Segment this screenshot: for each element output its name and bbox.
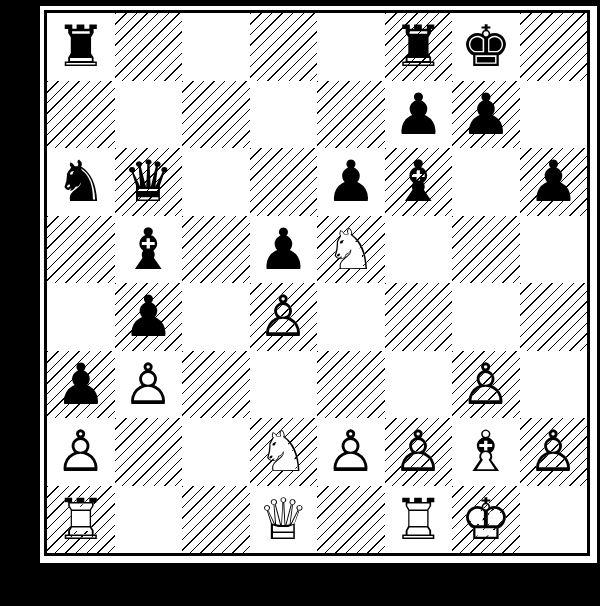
black-king-glyph: ♚	[452, 13, 520, 81]
white-rook: ♜♖	[385, 486, 453, 554]
square-b3[interactable]: ♙♙	[115, 351, 183, 419]
square-e2[interactable]: ♙♙	[317, 418, 385, 486]
black-pawn: ♟	[47, 351, 115, 419]
black-knight: ♞	[47, 148, 115, 216]
white-knight-glyph: ♘	[317, 216, 385, 284]
square-b6[interactable]: ♛	[115, 148, 183, 216]
square-h5[interactable]	[520, 216, 588, 284]
black-queen-glyph: ♛	[115, 148, 183, 216]
white-pawn: ♙♙	[385, 418, 453, 486]
white-pawn: ♙♙	[317, 418, 385, 486]
square-e8[interactable]	[317, 13, 385, 81]
square-c6[interactable]	[182, 148, 250, 216]
square-g3[interactable]: ♙♙	[452, 351, 520, 419]
white-pawn: ♙♙	[452, 351, 520, 419]
black-pawn: ♟	[250, 216, 318, 284]
black-knight-glyph: ♞	[47, 148, 115, 216]
square-h3[interactable]	[520, 351, 588, 419]
white-queen: ♛♕	[250, 486, 318, 554]
black-rook-glyph: ♜	[47, 13, 115, 81]
black-pawn-glyph: ♟	[520, 148, 588, 216]
square-d3[interactable]	[250, 351, 318, 419]
black-king: ♚	[452, 13, 520, 81]
square-h8[interactable]	[520, 13, 588, 81]
square-b4[interactable]: ♟	[115, 283, 183, 351]
white-pawn-glyph: ♙	[385, 418, 453, 486]
square-b8[interactable]	[115, 13, 183, 81]
square-b1[interactable]	[115, 486, 183, 554]
square-c8[interactable]	[182, 13, 250, 81]
square-d5[interactable]: ♟	[250, 216, 318, 284]
square-d2[interactable]: ♞♘	[250, 418, 318, 486]
white-rook-glyph: ♖	[385, 486, 453, 554]
black-pawn-glyph: ♟	[385, 81, 453, 149]
square-a8[interactable]: ♜	[47, 13, 115, 81]
square-g1[interactable]: ♚♔	[452, 486, 520, 554]
square-c3[interactable]	[182, 351, 250, 419]
black-pawn: ♟	[520, 148, 588, 216]
square-a4[interactable]	[47, 283, 115, 351]
white-rook-glyph: ♖	[47, 486, 115, 554]
page-background: ♜♜♚♟♟♞♛♟♝♟♝♟♞♘♟♙♙♟♙♙♙♙♙♙♞♘♙♙♙♙♝♗♙♙♜♖♛♕♜♖…	[0, 0, 600, 606]
square-f8[interactable]: ♜	[385, 13, 453, 81]
square-g2[interactable]: ♝♗	[452, 418, 520, 486]
white-pawn-glyph: ♙	[47, 418, 115, 486]
square-a1[interactable]: ♜♖	[47, 486, 115, 554]
white-pawn: ♙♙	[250, 283, 318, 351]
white-knight: ♞♘	[250, 418, 318, 486]
square-a2[interactable]: ♙♙	[47, 418, 115, 486]
square-d1[interactable]: ♛♕	[250, 486, 318, 554]
square-f7[interactable]: ♟	[385, 81, 453, 149]
square-a7[interactable]	[47, 81, 115, 149]
square-g8[interactable]: ♚	[452, 13, 520, 81]
black-pawn-glyph: ♟	[452, 81, 520, 149]
white-pawn-glyph: ♙	[250, 283, 318, 351]
white-pawn: ♙♙	[47, 418, 115, 486]
black-pawn-glyph: ♟	[47, 351, 115, 419]
square-b7[interactable]	[115, 81, 183, 149]
square-f2[interactable]: ♙♙	[385, 418, 453, 486]
square-b2[interactable]	[115, 418, 183, 486]
white-pawn-glyph: ♙	[115, 351, 183, 419]
black-rook: ♜	[385, 13, 453, 81]
square-e1[interactable]	[317, 486, 385, 554]
square-c1[interactable]	[182, 486, 250, 554]
square-a3[interactable]: ♟	[47, 351, 115, 419]
square-g6[interactable]	[452, 148, 520, 216]
black-queen: ♛	[115, 148, 183, 216]
white-pawn: ♙♙	[115, 351, 183, 419]
black-bishop-glyph: ♝	[385, 148, 453, 216]
square-g5[interactable]	[452, 216, 520, 284]
square-a5[interactable]	[47, 216, 115, 284]
square-e7[interactable]	[317, 81, 385, 149]
chess-diagram-panel: ♜♜♚♟♟♞♛♟♝♟♝♟♞♘♟♙♙♟♙♙♙♙♙♙♞♘♙♙♙♙♝♗♙♙♜♖♛♕♜♖…	[40, 6, 597, 563]
square-e5[interactable]: ♞♘	[317, 216, 385, 284]
square-c7[interactable]	[182, 81, 250, 149]
black-rook: ♜	[47, 13, 115, 81]
square-f1[interactable]: ♜♖	[385, 486, 453, 554]
square-g4[interactable]	[452, 283, 520, 351]
square-g7[interactable]: ♟	[452, 81, 520, 149]
black-bishop: ♝	[385, 148, 453, 216]
black-pawn-glyph: ♟	[115, 283, 183, 351]
square-a6[interactable]: ♞	[47, 148, 115, 216]
square-h4[interactable]	[520, 283, 588, 351]
square-f4[interactable]	[385, 283, 453, 351]
white-king-glyph: ♔	[452, 486, 520, 554]
square-e4[interactable]	[317, 283, 385, 351]
square-d8[interactable]	[250, 13, 318, 81]
square-h2[interactable]: ♙♙	[520, 418, 588, 486]
square-f3[interactable]	[385, 351, 453, 419]
black-pawn: ♟	[115, 283, 183, 351]
square-c4[interactable]	[182, 283, 250, 351]
black-bishop: ♝	[115, 216, 183, 284]
white-pawn-glyph: ♙	[520, 418, 588, 486]
square-f5[interactable]	[385, 216, 453, 284]
black-pawn-glyph: ♟	[250, 216, 318, 284]
square-h7[interactable]	[520, 81, 588, 149]
square-c5[interactable]	[182, 216, 250, 284]
black-bishop-glyph: ♝	[115, 216, 183, 284]
black-pawn: ♟	[385, 81, 453, 149]
chess-board: ♜♜♚♟♟♞♛♟♝♟♝♟♞♘♟♙♙♟♙♙♙♙♙♙♞♘♙♙♙♙♝♗♙♙♜♖♛♕♜♖…	[44, 10, 590, 556]
black-pawn: ♟	[317, 148, 385, 216]
white-rook: ♜♖	[47, 486, 115, 554]
white-pawn-glyph: ♙	[452, 351, 520, 419]
square-d4[interactable]: ♙♙	[250, 283, 318, 351]
square-d6[interactable]	[250, 148, 318, 216]
white-pawn: ♙♙	[520, 418, 588, 486]
square-h6[interactable]: ♟	[520, 148, 588, 216]
square-f6[interactable]: ♝	[385, 148, 453, 216]
white-knight-glyph: ♘	[250, 418, 318, 486]
square-e3[interactable]	[317, 351, 385, 419]
square-h1[interactable]	[520, 486, 588, 554]
white-bishop-glyph: ♗	[452, 418, 520, 486]
black-pawn-glyph: ♟	[317, 148, 385, 216]
square-b5[interactable]: ♝	[115, 216, 183, 284]
white-knight: ♞♘	[317, 216, 385, 284]
white-king: ♚♔	[452, 486, 520, 554]
black-rook-glyph: ♜	[385, 13, 453, 81]
square-e6[interactable]: ♟	[317, 148, 385, 216]
black-pawn: ♟	[452, 81, 520, 149]
white-bishop: ♝♗	[452, 418, 520, 486]
white-pawn-glyph: ♙	[317, 418, 385, 486]
square-d7[interactable]	[250, 81, 318, 149]
white-queen-glyph: ♕	[250, 486, 318, 554]
square-c2[interactable]	[182, 418, 250, 486]
